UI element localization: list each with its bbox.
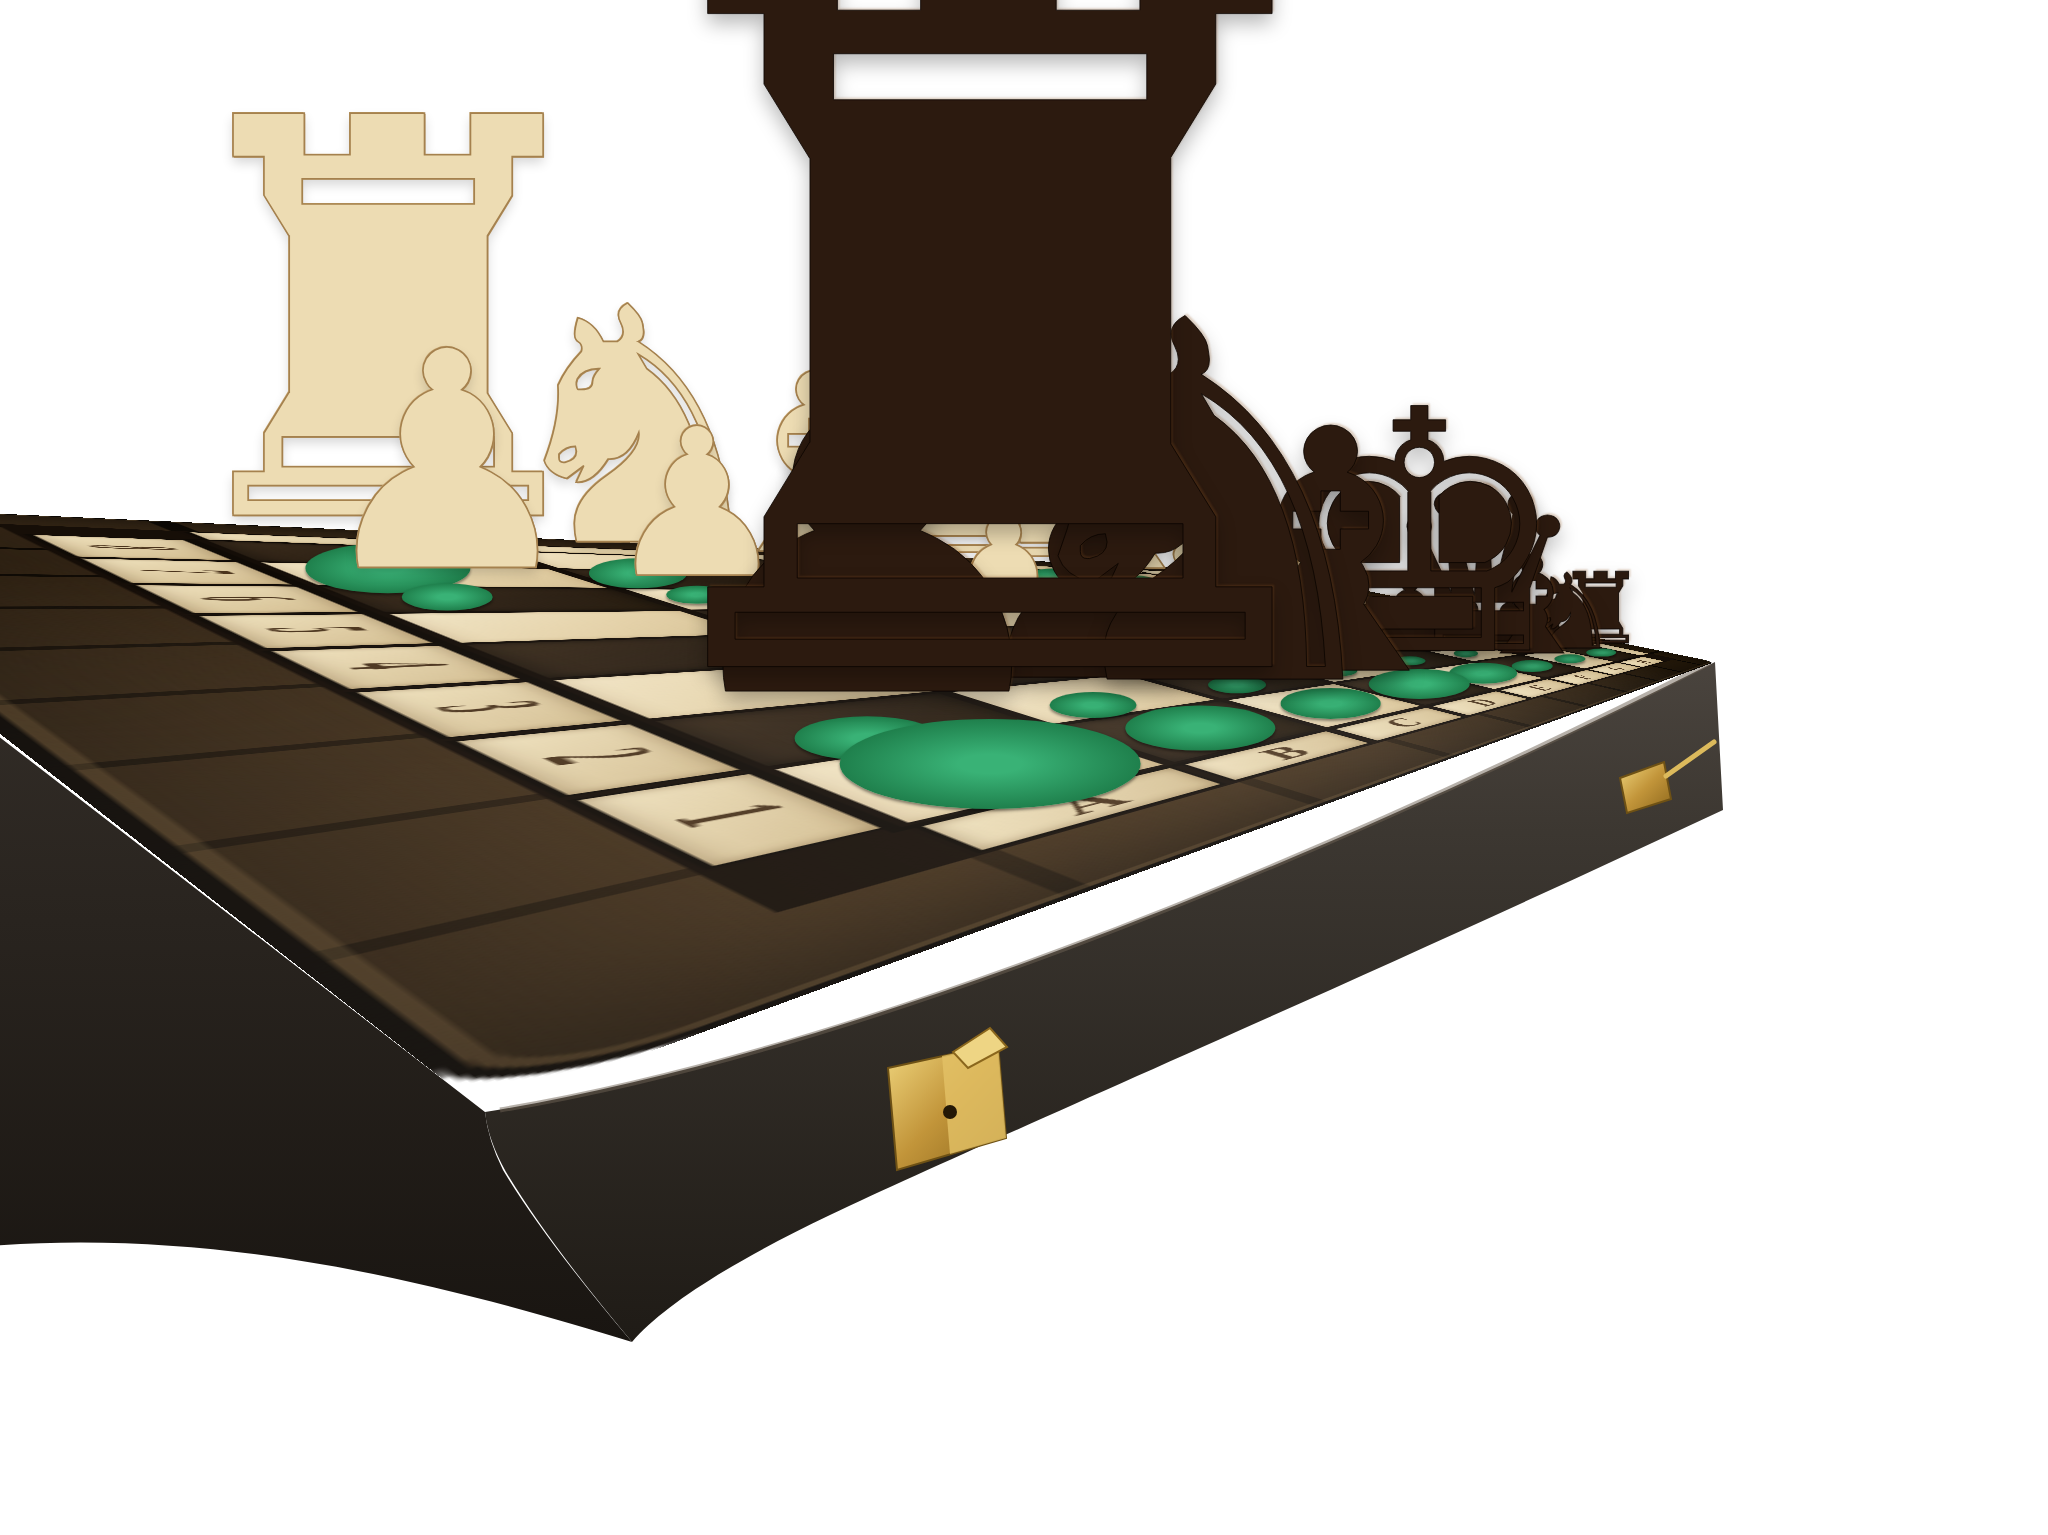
piece-black-rook-a1[interactable]: ♜	[541, 0, 1440, 795]
product-photo-scene: ABCDEFGH 87654321 ♝♞♛♚♝♜♞♜♟♟♟♟♟♟♟♟♟♟♜♟♞♟…	[0, 0, 2048, 1535]
clasp-keyhole	[943, 1105, 957, 1119]
rank-number: 4	[305, 659, 483, 673]
